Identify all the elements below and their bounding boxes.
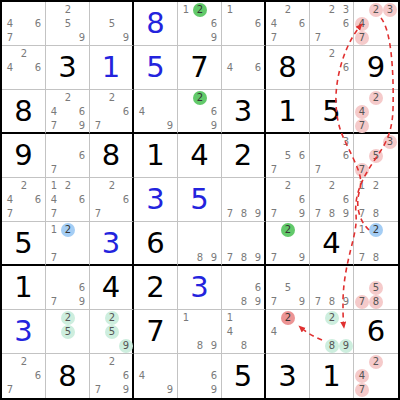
cell-r8c9[interactable]: 6 bbox=[354, 310, 398, 354]
cell-r2c5[interactable]: 7 bbox=[178, 46, 222, 90]
cell-r2c6[interactable]: 46 bbox=[222, 46, 266, 90]
cell-r3c9[interactable]: 247 bbox=[354, 90, 398, 134]
candidate-6: 6 bbox=[31, 369, 45, 383]
candidate-slot-empty bbox=[179, 369, 193, 383]
cell-r7c5[interactable]: 3 bbox=[178, 266, 222, 310]
cell-r1c1[interactable]: 467 bbox=[2, 2, 46, 46]
candidate-slot-empty bbox=[369, 369, 383, 383]
cell-r4c6[interactable]: 2 bbox=[222, 134, 266, 178]
cell-r3c7[interactable]: 1 bbox=[266, 90, 310, 134]
cell-r2c2[interactable]: 3 bbox=[46, 46, 90, 90]
cell-r9c4[interactable]: 49 bbox=[134, 354, 178, 398]
cell-value-given: 5 bbox=[234, 362, 252, 391]
cell-r2c4[interactable]: 5 bbox=[134, 46, 178, 90]
candidate-7: 7 bbox=[3, 31, 17, 45]
candidate-slot-empty bbox=[193, 325, 207, 339]
candidate-5-pink-circle: 5 bbox=[369, 281, 383, 295]
candidate-2-pink-circle: 2 bbox=[369, 355, 383, 369]
cell-r5c8[interactable]: 26789 bbox=[310, 178, 354, 222]
candidate-9: 9 bbox=[207, 119, 221, 133]
cell-r6c3[interactable]: 3 bbox=[90, 222, 134, 266]
candidate-slot-empty bbox=[325, 75, 339, 89]
cell-r2c1[interactable]: 246 bbox=[2, 46, 46, 90]
candidate-slot-empty bbox=[91, 3, 105, 17]
candidate-4: 4 bbox=[223, 61, 237, 75]
sudoku-grid: 4672595981269162467236723472463157468269… bbox=[2, 2, 398, 398]
candidate-7: 7 bbox=[267, 163, 281, 177]
candidate-slot-empty bbox=[281, 163, 295, 177]
candidate-slot-empty bbox=[91, 193, 105, 207]
candidate-slot-empty bbox=[383, 31, 397, 45]
cell-r4c1[interactable]: 9 bbox=[2, 134, 46, 178]
candidate-slot-empty bbox=[369, 163, 383, 177]
candidate-2-pink-circle: 2 bbox=[369, 3, 383, 17]
cell-r8c6[interactable]: 148 bbox=[222, 310, 266, 354]
candidate-slot-empty bbox=[149, 355, 163, 369]
cell-r1c8[interactable]: 2367 bbox=[310, 2, 354, 46]
cell-r4c3[interactable]: 8 bbox=[90, 134, 134, 178]
candidate-2: 2 bbox=[61, 179, 75, 193]
candidate-2-green-circle: 2 bbox=[281, 223, 295, 237]
candidate-slot-empty bbox=[207, 237, 221, 251]
candidate-slot-empty bbox=[281, 339, 295, 353]
cell-r8c2[interactable]: 25 bbox=[46, 310, 90, 354]
candidate-slot-empty bbox=[237, 223, 251, 237]
candidate-slot-empty bbox=[179, 251, 193, 265]
candidate-slot-empty bbox=[47, 311, 61, 325]
cell-value-given: 5 bbox=[322, 97, 340, 126]
candidate-slot-empty bbox=[91, 325, 105, 339]
candidate-slot-empty bbox=[105, 119, 119, 133]
candidate-slot-empty bbox=[119, 119, 133, 133]
candidate-slot-empty bbox=[223, 193, 237, 207]
cell-r7c4[interactable]: 2 bbox=[134, 266, 178, 310]
candidate-slot-empty bbox=[17, 75, 31, 89]
candidate-slot-empty bbox=[355, 91, 369, 105]
cell-value-given: 3 bbox=[58, 53, 76, 82]
candidate-2-blue-circle: 2 bbox=[61, 223, 75, 237]
candidate-slot-empty bbox=[251, 47, 265, 61]
cell-r6c7[interactable]: 279 bbox=[266, 222, 310, 266]
cell-r5c3[interactable]: 267 bbox=[90, 178, 134, 222]
candidate-slot-empty bbox=[267, 149, 281, 163]
candidate-slot-empty bbox=[163, 105, 177, 119]
cell-r6c4[interactable]: 6 bbox=[134, 222, 178, 266]
cell-r5c5[interactable]: 5 bbox=[178, 178, 222, 222]
candidate-6: 6 bbox=[339, 149, 353, 163]
candidate-grid: 2367 bbox=[311, 3, 352, 44]
candidate-grid: 247 bbox=[355, 355, 397, 397]
candidate-slot-empty bbox=[75, 325, 89, 339]
candidate-slot-empty bbox=[105, 339, 119, 353]
candidate-slot-empty bbox=[355, 3, 369, 17]
candidate-7: 7 bbox=[3, 207, 17, 221]
cell-r4c7[interactable]: 567 bbox=[266, 134, 310, 178]
candidate-slot-empty bbox=[135, 355, 149, 369]
cell-r6c5[interactable]: 89 bbox=[178, 222, 222, 266]
candidate-slot-empty bbox=[369, 135, 383, 149]
candidate-slot-empty bbox=[281, 251, 295, 265]
candidate-slot-empty bbox=[193, 237, 207, 251]
candidate-slot-empty bbox=[61, 31, 75, 45]
cell-r9c8[interactable]: 1 bbox=[310, 354, 354, 398]
candidate-slot-empty bbox=[75, 3, 89, 17]
cell-r8c7[interactable]: 24 bbox=[266, 310, 310, 354]
cell-r5c6[interactable]: 789 bbox=[222, 178, 266, 222]
candidate-9: 9 bbox=[163, 119, 177, 133]
cell-r6c6[interactable]: 789 bbox=[222, 222, 266, 266]
candidate-grid: 2347 bbox=[355, 3, 397, 44]
candidate-slot-empty bbox=[105, 207, 119, 221]
candidate-slot-empty bbox=[355, 237, 369, 251]
cell-value-given: 4 bbox=[322, 229, 340, 258]
cell-r4c4[interactable]: 1 bbox=[134, 134, 178, 178]
candidate-6: 6 bbox=[119, 105, 133, 119]
candidate-grid: 16 bbox=[223, 3, 263, 44]
cell-r7c1[interactable]: 1 bbox=[2, 266, 46, 310]
candidate-slot-empty bbox=[237, 75, 251, 89]
candidate-slot-empty bbox=[311, 75, 325, 89]
candidate-grid: 279 bbox=[267, 223, 308, 263]
candidate-grid: 789 bbox=[311, 267, 352, 308]
candidate-slot-empty bbox=[223, 17, 237, 31]
candidate-slot-empty bbox=[251, 339, 265, 353]
candidate-1: 1 bbox=[179, 311, 193, 325]
candidate-slot-empty bbox=[75, 163, 89, 177]
cell-r3c2[interactable]: 24679 bbox=[46, 90, 90, 134]
candidate-2-green-circle: 2 bbox=[193, 3, 207, 17]
cell-r2c7[interactable]: 8 bbox=[266, 46, 310, 90]
candidate-slot-empty bbox=[237, 61, 251, 75]
candidate-8-pink-circle: 8 bbox=[369, 295, 383, 309]
candidate-2-mint-circle: 2 bbox=[325, 311, 339, 325]
cell-r3c4[interactable]: 49 bbox=[134, 90, 178, 134]
candidate-6: 6 bbox=[207, 105, 221, 119]
candidate-6: 6 bbox=[251, 61, 265, 75]
cell-r9c5[interactable]: 69 bbox=[178, 354, 222, 398]
candidate-7: 7 bbox=[267, 295, 281, 309]
candidate-1: 1 bbox=[47, 179, 61, 193]
cell-value-given: 7 bbox=[146, 317, 164, 346]
candidate-grid: 127 bbox=[47, 223, 88, 263]
candidate-slot-empty bbox=[31, 3, 45, 17]
candidate-slot-empty bbox=[325, 17, 339, 31]
cell-value-solved: 8 bbox=[146, 9, 164, 38]
cell-r5c1[interactable]: 2467 bbox=[2, 178, 46, 222]
cell-r9c6[interactable]: 5 bbox=[222, 354, 266, 398]
candidate-7: 7 bbox=[3, 383, 17, 397]
candidate-3-pink-circle: 3 bbox=[383, 3, 397, 17]
candidate-2-green-circle: 2 bbox=[193, 91, 207, 105]
candidate-slot-empty bbox=[105, 3, 119, 17]
candidate-slot-empty bbox=[325, 31, 339, 45]
candidate-7: 7 bbox=[311, 163, 325, 177]
candidate-4: 4 bbox=[3, 193, 17, 207]
candidate-slot-empty bbox=[179, 339, 193, 353]
candidate-slot-empty bbox=[91, 31, 105, 45]
cell-value-given: 2 bbox=[234, 141, 252, 170]
candidate-2: 2 bbox=[369, 179, 383, 193]
candidate-slot-empty bbox=[311, 17, 325, 31]
cell-r3c3[interactable]: 267 bbox=[90, 90, 134, 134]
candidate-slot-empty bbox=[91, 339, 105, 353]
candidate-grid: 579 bbox=[267, 267, 308, 308]
candidate-2: 2 bbox=[105, 91, 119, 105]
candidate-4: 4 bbox=[267, 325, 281, 339]
cell-r6c8[interactable]: 4 bbox=[310, 222, 354, 266]
candidate-9: 9 bbox=[339, 207, 353, 221]
candidate-slot-empty bbox=[383, 383, 397, 397]
candidate-4-pink-circle: 4 bbox=[355, 105, 369, 119]
candidate-slot-empty bbox=[31, 383, 45, 397]
cell-value-given: 5 bbox=[14, 229, 32, 258]
cell-r3c1[interactable]: 8 bbox=[2, 90, 46, 134]
candidate-6: 6 bbox=[31, 61, 45, 75]
candidate-slot-empty bbox=[339, 75, 353, 89]
candidate-slot-empty bbox=[47, 339, 61, 353]
candidate-grid: 247 bbox=[355, 91, 397, 131]
candidate-7-pink-circle: 7 bbox=[355, 119, 369, 133]
candidate-slot-empty bbox=[61, 207, 75, 221]
candidate-slot-empty bbox=[369, 383, 383, 397]
candidate-slot-empty bbox=[369, 31, 383, 45]
cell-r1c2[interactable]: 259 bbox=[46, 2, 90, 46]
candidate-grid: 1278 bbox=[355, 223, 397, 263]
cell-value-given: 4 bbox=[102, 273, 120, 302]
candidate-slot-empty bbox=[325, 325, 339, 339]
cell-r5c4[interactable]: 3 bbox=[134, 178, 178, 222]
candidate-7: 7 bbox=[47, 295, 61, 309]
candidate-slot-empty bbox=[3, 369, 17, 383]
candidate-8: 8 bbox=[237, 339, 251, 353]
candidate-slot-empty bbox=[369, 105, 383, 119]
cell-r1c6[interactable]: 16 bbox=[222, 2, 266, 46]
candidate-9: 9 bbox=[207, 31, 221, 45]
cell-value-given: 3 bbox=[234, 97, 252, 126]
candidate-slot-empty bbox=[281, 295, 295, 309]
candidate-7: 7 bbox=[311, 295, 325, 309]
candidate-grid: 49 bbox=[135, 91, 176, 131]
candidate-slot-empty bbox=[223, 223, 237, 237]
cell-r1c7[interactable]: 2467 bbox=[266, 2, 310, 46]
candidate-slot-empty bbox=[91, 91, 105, 105]
candidate-slot-empty bbox=[91, 179, 105, 193]
candidate-slot-empty bbox=[369, 267, 383, 281]
candidate-slot-empty bbox=[251, 267, 265, 281]
candidate-grid: 26 bbox=[311, 47, 352, 88]
cell-r9c9[interactable]: 247 bbox=[354, 354, 398, 398]
candidate-slot-empty bbox=[75, 251, 89, 265]
candidate-5: 5 bbox=[281, 149, 295, 163]
candidate-6: 6 bbox=[251, 17, 265, 31]
candidate-slot-empty bbox=[149, 119, 163, 133]
cell-r5c2[interactable]: 12467 bbox=[46, 178, 90, 222]
cell-r4c2[interactable]: 67 bbox=[46, 134, 90, 178]
candidate-slot-empty bbox=[119, 325, 133, 339]
candidate-7: 7 bbox=[223, 251, 237, 265]
cell-r7c8[interactable]: 789 bbox=[310, 266, 354, 310]
candidate-slot-empty bbox=[207, 311, 221, 325]
candidate-slot-empty bbox=[47, 91, 61, 105]
candidate-5: 5 bbox=[105, 17, 119, 31]
candidate-slot-empty bbox=[179, 119, 193, 133]
candidate-slot-empty bbox=[295, 339, 309, 353]
candidate-slot-empty bbox=[383, 163, 397, 177]
cell-r6c2[interactable]: 127 bbox=[46, 222, 90, 266]
candidate-slot-empty bbox=[179, 325, 193, 339]
candidate-slot-empty bbox=[383, 193, 397, 207]
candidate-slot-empty bbox=[281, 207, 295, 221]
cell-r9c7[interactable]: 3 bbox=[266, 354, 310, 398]
candidate-slot-empty bbox=[223, 295, 237, 309]
candidate-slot-empty bbox=[193, 383, 207, 397]
cell-r9c1[interactable]: 267 bbox=[2, 354, 46, 398]
candidate-slot-empty bbox=[61, 119, 75, 133]
candidate-1: 1 bbox=[355, 223, 369, 237]
cell-value-solved: 3 bbox=[14, 317, 32, 346]
candidate-slot-empty bbox=[91, 369, 105, 383]
cell-r2c3[interactable]: 1 bbox=[90, 46, 134, 90]
candidate-slot-empty bbox=[193, 311, 207, 325]
candidate-6: 6 bbox=[207, 17, 221, 31]
cell-r4c5[interactable]: 4 bbox=[178, 134, 222, 178]
candidate-slot-empty bbox=[295, 237, 309, 251]
candidate-slot-empty bbox=[383, 119, 397, 133]
candidate-slot-empty bbox=[3, 75, 17, 89]
cell-value-given: 7 bbox=[190, 53, 208, 82]
candidate-slot-empty bbox=[193, 31, 207, 45]
cell-r7c2[interactable]: 679 bbox=[46, 266, 90, 310]
candidate-slot-empty bbox=[223, 267, 237, 281]
candidate-6: 6 bbox=[75, 149, 89, 163]
candidate-slot-empty bbox=[311, 281, 325, 295]
cell-r1c5[interactable]: 1269 bbox=[178, 2, 222, 46]
candidate-7: 7 bbox=[91, 207, 105, 221]
cell-r3c6[interactable]: 3 bbox=[222, 90, 266, 134]
candidate-slot-empty bbox=[355, 149, 369, 163]
candidate-slot-empty bbox=[383, 355, 397, 369]
candidate-8: 8 bbox=[237, 251, 251, 265]
cell-r7c6[interactable]: 689 bbox=[222, 266, 266, 310]
candidate-slot-empty bbox=[207, 91, 221, 105]
candidate-slot-empty bbox=[383, 223, 397, 237]
candidate-slot-empty bbox=[237, 31, 251, 45]
candidate-slot-empty bbox=[251, 75, 265, 89]
cell-value-given: 2 bbox=[146, 273, 164, 302]
candidate-7: 7 bbox=[47, 119, 61, 133]
candidate-slot-empty bbox=[339, 281, 353, 295]
cell-r7c3[interactable]: 4 bbox=[90, 266, 134, 310]
candidate-6: 6 bbox=[75, 193, 89, 207]
cell-value-solved: 5 bbox=[146, 53, 164, 82]
cell-r9c3[interactable]: 2679 bbox=[90, 354, 134, 398]
cell-r2c9[interactable]: 9 bbox=[354, 46, 398, 90]
candidate-slot-empty bbox=[179, 31, 193, 45]
candidate-slot-empty bbox=[91, 311, 105, 325]
cell-r7c9[interactable]: 578 bbox=[354, 266, 398, 310]
candidate-slot-empty bbox=[237, 237, 251, 251]
cell-r9c2[interactable]: 8 bbox=[46, 354, 90, 398]
cell-value-given: 6 bbox=[146, 229, 164, 258]
cell-r2c8[interactable]: 26 bbox=[310, 46, 354, 90]
candidate-slot-empty bbox=[207, 325, 221, 339]
candidate-slot-empty bbox=[237, 267, 251, 281]
candidate-6: 6 bbox=[31, 193, 45, 207]
candidate-slot-empty bbox=[311, 61, 325, 75]
candidate-slot-empty bbox=[339, 163, 353, 177]
candidate-slot-empty bbox=[135, 383, 149, 397]
cell-r5c9[interactable]: 1278 bbox=[354, 178, 398, 222]
cell-r1c4[interactable]: 8 bbox=[134, 2, 178, 46]
candidate-slot-empty bbox=[311, 311, 325, 325]
candidate-slot-empty bbox=[17, 61, 31, 75]
cell-r4c8[interactable]: 367 bbox=[310, 134, 354, 178]
cell-value-given: 4 bbox=[190, 141, 208, 170]
candidate-slot-empty bbox=[105, 193, 119, 207]
candidate-slot-empty bbox=[237, 179, 251, 193]
cell-r8c3[interactable]: 259 bbox=[90, 310, 134, 354]
candidate-slot-empty bbox=[193, 119, 207, 133]
candidate-slot-empty bbox=[207, 355, 221, 369]
candidate-slot-empty bbox=[105, 369, 119, 383]
candidate-grid: 89 bbox=[179, 223, 220, 263]
cell-value-given: 9 bbox=[14, 141, 32, 170]
cell-r4c9[interactable]: 357 bbox=[354, 134, 398, 178]
candidate-slot-empty bbox=[325, 267, 339, 281]
candidate-6: 6 bbox=[339, 61, 353, 75]
candidate-slot-empty bbox=[223, 237, 237, 251]
candidate-slot-empty bbox=[75, 237, 89, 251]
candidate-slot-empty bbox=[193, 369, 207, 383]
candidate-slot-empty bbox=[47, 3, 61, 17]
candidate-7: 7 bbox=[355, 207, 369, 221]
cell-r3c8[interactable]: 5 bbox=[310, 90, 354, 134]
candidate-slot-empty bbox=[355, 355, 369, 369]
cell-r5c7[interactable]: 2679 bbox=[266, 178, 310, 222]
candidate-slot-empty bbox=[383, 251, 397, 265]
candidate-slot-empty bbox=[61, 251, 75, 265]
candidate-grid: 189 bbox=[179, 311, 220, 352]
cell-r1c3[interactable]: 59 bbox=[90, 2, 134, 46]
candidate-slot-empty bbox=[135, 91, 149, 105]
cell-r6c9[interactable]: 1278 bbox=[354, 222, 398, 266]
cell-r8c5[interactable]: 189 bbox=[178, 310, 222, 354]
candidate-7: 7 bbox=[311, 31, 325, 45]
cell-r7c7[interactable]: 579 bbox=[266, 266, 310, 310]
candidate-9: 9 bbox=[119, 31, 133, 45]
candidate-9: 9 bbox=[207, 251, 221, 265]
cell-r6c1[interactable]: 5 bbox=[2, 222, 46, 266]
candidate-grid: 689 bbox=[223, 267, 263, 308]
cell-r8c1[interactable]: 3 bbox=[2, 310, 46, 354]
candidate-slot-empty bbox=[223, 31, 237, 45]
candidate-slot-empty bbox=[339, 47, 353, 61]
candidate-slot-empty bbox=[281, 193, 295, 207]
candidate-7: 7 bbox=[91, 383, 105, 397]
candidate-grid: 67 bbox=[47, 135, 88, 176]
candidate-slot-empty bbox=[75, 179, 89, 193]
candidate-7: 7 bbox=[267, 207, 281, 221]
cell-r8c4[interactable]: 7 bbox=[134, 310, 178, 354]
candidate-grid: 357 bbox=[355, 135, 397, 176]
cell-r8c8[interactable]: 289 bbox=[310, 310, 354, 354]
cell-r1c9[interactable]: 2347 bbox=[354, 2, 398, 46]
candidate-slot-empty bbox=[339, 179, 353, 193]
candidate-4-pink-circle: 4 bbox=[355, 17, 369, 31]
candidate-slot-empty bbox=[251, 325, 265, 339]
candidate-slot-empty bbox=[237, 325, 251, 339]
cell-r3c5[interactable]: 269 bbox=[178, 90, 222, 134]
